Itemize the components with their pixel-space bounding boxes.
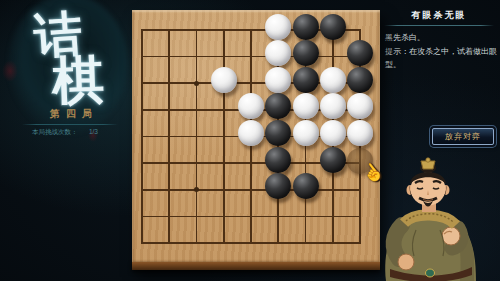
white-stone bbox=[293, 120, 319, 146]
challenge-counter: 本局挑战次数： 1/3 bbox=[32, 128, 98, 137]
puzzle-hint: 提示：在攻杀之中，试着做出眼型。 bbox=[385, 46, 497, 72]
white-stone bbox=[265, 67, 291, 93]
grid-line-horizontal bbox=[141, 242, 361, 244]
game-screen: 诘 棋 第四局 本局挑战次数： 1/3 ☝ bbox=[0, 0, 500, 281]
grid-line-horizontal bbox=[141, 189, 361, 191]
white-stone bbox=[320, 93, 346, 119]
hoshi-point bbox=[194, 187, 199, 192]
black-stone bbox=[293, 14, 319, 40]
black-stone bbox=[347, 40, 373, 66]
black-stone bbox=[293, 40, 319, 66]
white-stone bbox=[347, 120, 373, 146]
board-bevel-edge bbox=[132, 262, 380, 270]
black-stone bbox=[265, 147, 291, 173]
go-board[interactable]: ☝ bbox=[132, 10, 380, 270]
challenge-value: 1/3 bbox=[89, 128, 98, 137]
left-panel: 诘 棋 第四局 本局挑战次数： 1/3 bbox=[0, 0, 132, 281]
red-ink-dot bbox=[2, 60, 18, 82]
round-label: 第四局 bbox=[16, 107, 126, 121]
white-stone bbox=[238, 93, 264, 119]
abandon-game-button[interactable]: 放弃对弈 bbox=[432, 128, 494, 145]
black-stone bbox=[347, 67, 373, 93]
left-divider bbox=[22, 124, 118, 125]
black-stone bbox=[293, 67, 319, 93]
black-stone bbox=[265, 173, 291, 199]
white-stone bbox=[238, 120, 264, 146]
npc-character bbox=[356, 156, 500, 281]
challenge-label: 本局挑战次数： bbox=[32, 128, 78, 137]
board-surface[interactable]: ☝ bbox=[132, 10, 380, 262]
puzzle-title: 有眼杀无眼 bbox=[382, 9, 496, 22]
black-stone bbox=[320, 14, 346, 40]
white-stone bbox=[347, 93, 373, 119]
grid-line-horizontal bbox=[141, 216, 361, 218]
black-stone bbox=[293, 173, 319, 199]
white-stone bbox=[265, 40, 291, 66]
white-stone bbox=[320, 67, 346, 93]
title-divider bbox=[384, 25, 494, 26]
white-stone bbox=[211, 67, 237, 93]
white-stone bbox=[265, 14, 291, 40]
black-stone bbox=[265, 120, 291, 146]
black-stone bbox=[320, 147, 346, 173]
calligraphy-char-qi: 棋 bbox=[51, 53, 105, 107]
hoshi-point bbox=[194, 81, 199, 86]
white-stone bbox=[320, 120, 346, 146]
black-stone bbox=[265, 93, 291, 119]
puzzle-objective: 黑先杀白。 bbox=[385, 32, 497, 43]
board-grid[interactable]: ☝ bbox=[142, 30, 360, 243]
white-stone bbox=[293, 93, 319, 119]
